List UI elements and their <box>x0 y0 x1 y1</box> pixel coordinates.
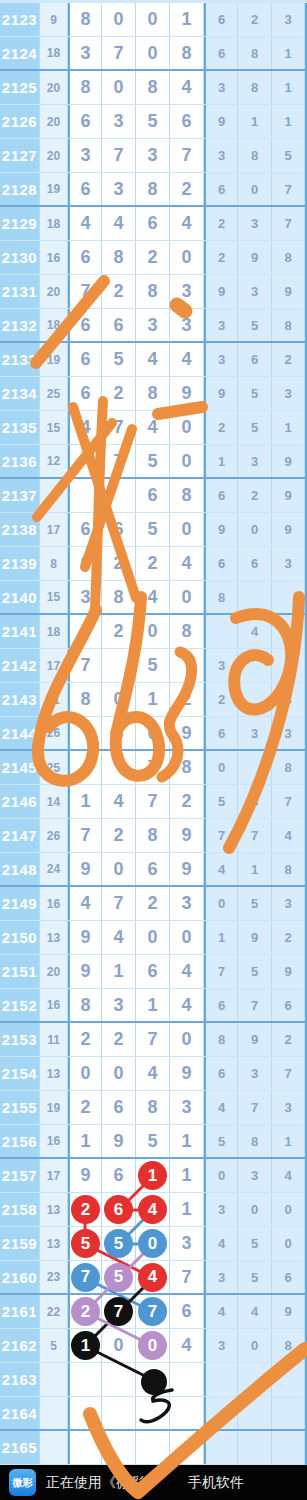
sum-cell: 12 <box>40 445 68 477</box>
draw-id-cell: 2156 <box>0 1125 40 1157</box>
digit-cell: 4 <box>68 887 102 920</box>
digit-cell <box>102 1431 136 1464</box>
digit-cell: 8 <box>136 819 170 852</box>
sum-cell: 13 <box>40 921 68 954</box>
draw-id-cell: 2161 <box>0 1295 40 1328</box>
digit-cell: 4 <box>102 785 136 818</box>
tail-digit-cell: 5 <box>238 1261 272 1293</box>
digit-cell: 0 <box>136 37 170 69</box>
digit-cell: 1 <box>68 1329 102 1362</box>
digit-cell: 2 <box>102 819 136 852</box>
red-trend-ball: 4 <box>138 1195 167 1224</box>
tail-digit-cell <box>238 751 272 784</box>
draw-row: 2128196382607 <box>0 173 305 207</box>
digit-cell: 2 <box>102 547 136 580</box>
tail-digit-cell: 8 <box>238 1125 272 1157</box>
digit-cell: 3 <box>170 1227 204 1260</box>
blue-trend-ball: 5 <box>104 1229 133 1258</box>
sum-cell: 17 <box>40 649 68 682</box>
blue-trend-ball: 0 <box>138 1229 167 1258</box>
digit-cell <box>68 479 102 512</box>
tail-digit-cell: 8 <box>238 37 272 69</box>
digit-cell <box>68 1431 102 1464</box>
sum-cell: 18 <box>40 309 68 341</box>
tail-digit-cell: 3 <box>272 3 305 36</box>
digit-cell: 0 <box>102 853 136 885</box>
digit-cell: 0 <box>68 1057 102 1090</box>
tail-digit-cell <box>238 581 272 613</box>
tail-digit-cell: 6 <box>272 1261 305 1293</box>
draw-row: 212398001623 <box>0 3 305 37</box>
digit-cell: 5 <box>102 1227 136 1260</box>
digit-cell: 8 <box>170 751 204 784</box>
digit-cell <box>170 1363 204 1396</box>
digit-cell <box>68 1397 102 1429</box>
status-text-right: 手机软件 <box>188 1474 244 1492</box>
sum-cell: 17 <box>40 513 68 546</box>
digit-cell: 4 <box>170 71 204 104</box>
digit-cell: 8 <box>102 581 136 613</box>
sum-cell: 16 <box>40 887 68 920</box>
draw-id-cell: 2147 <box>0 819 40 852</box>
digit-cell: 6 <box>170 105 204 138</box>
tail-digit-cell: 2 <box>272 921 305 954</box>
draw-id-cell: 2154 <box>0 1057 40 1090</box>
tail-digit-cell: 4 <box>204 853 238 885</box>
draw-id-cell: 2143 <box>0 683 40 716</box>
sum-cell: 19 <box>40 173 68 205</box>
digit-cell: 4 <box>170 955 204 988</box>
digit-cell: 9 <box>170 853 204 885</box>
digit-cell: 0 <box>102 683 136 716</box>
tail-digit-cell: 3 <box>204 1193 238 1226</box>
digit-cell: 4 <box>170 547 204 580</box>
tail-digit-cell: 6 <box>204 479 238 512</box>
sum-cell: 20 <box>40 275 68 308</box>
digit-cell: 9 <box>102 1125 136 1157</box>
draw-id-cell: 2141 <box>0 615 40 648</box>
digit-cell: 4 <box>136 411 170 444</box>
draw-row: 2153112270892 <box>0 1023 305 1057</box>
tail-digit-cell: 2 <box>204 683 238 716</box>
sum-cell: 20 <box>40 139 68 172</box>
tail-digit-cell: 0 <box>204 1159 238 1192</box>
digit-cell: 6 <box>102 1193 136 1226</box>
tail-digit-cell: 8 <box>238 71 272 104</box>
draw-id-cell: 2128 <box>0 173 40 205</box>
draw-id-cell: 2133 <box>0 343 40 376</box>
tail-digit-cell: 3 <box>204 1329 238 1362</box>
sum-cell <box>40 1397 68 1429</box>
tail-digit-cell: 4 <box>204 1227 238 1260</box>
tail-digit-cell: 9 <box>272 1295 305 1328</box>
draw-id-cell: 2130 <box>0 241 40 274</box>
blue-trend-ball: 7 <box>71 1263 100 1292</box>
digit-cell: 3 <box>102 173 136 205</box>
digit-cell: 3 <box>102 989 136 1021</box>
digit-cell: 2 <box>102 615 136 648</box>
draw-row: 2159135503450 <box>0 1227 305 1261</box>
digit-cell <box>102 751 136 784</box>
tail-digit-cell: 0 <box>238 173 272 205</box>
draw-row: 213768629 <box>0 479 305 513</box>
digit-cell: 7 <box>102 37 136 69</box>
red-trend-ball: 1 <box>138 1161 167 1190</box>
draw-row: 2124183708681 <box>0 37 305 71</box>
sum-cell: 11 <box>40 683 68 716</box>
draw-row: 2127203737385 <box>0 139 305 173</box>
digit-cell: 2 <box>102 377 136 410</box>
tail-digit-cell: 4 <box>204 1295 238 1328</box>
draw-row: 2131207283939 <box>0 275 305 309</box>
digit-cell: 4 <box>170 207 204 240</box>
draw-id-cell: 2155 <box>0 1091 40 1124</box>
digit-cell: 5 <box>102 343 136 376</box>
digit-cell: 8 <box>170 479 204 512</box>
tail-digit-cell: 6 <box>204 37 238 69</box>
draw-row: 2151209164759 <box>0 955 305 989</box>
tail-digit-cell: 9 <box>272 513 305 546</box>
tail-digit-cell: 3 <box>238 717 272 749</box>
draw-id-cell: 2151 <box>0 955 40 988</box>
digit-cell: 6 <box>68 343 102 376</box>
digit-cell: 6 <box>68 377 102 410</box>
digit-cell: 6 <box>102 1091 136 1124</box>
draw-id-cell: 2164 <box>0 1397 40 1429</box>
draw-row: 2165 <box>0 1431 305 1465</box>
digit-cell: 3 <box>170 275 204 308</box>
tail-digit-cell: 5 <box>238 887 272 920</box>
digit-cell: 0 <box>136 615 170 648</box>
draw-row: 2154130049637 <box>0 1057 305 1091</box>
digit-cell <box>136 1431 170 1464</box>
tail-digit-cell: 4 <box>238 785 272 818</box>
tail-digit-cell: 1 <box>272 71 305 104</box>
sum-cell: 25 <box>40 751 68 784</box>
tail-digit-cell: 2 <box>204 241 238 274</box>
tail-digit-cell: 5 <box>238 309 272 341</box>
digit-cell: 8 <box>68 3 102 36</box>
digit-cell: 0 <box>68 547 102 580</box>
draw-row: 2130166820298 <box>0 241 305 275</box>
sum-cell <box>40 479 68 512</box>
tail-digit-cell <box>238 683 272 716</box>
digit-cell: 7 <box>102 1295 136 1328</box>
tail-digit-cell: 1 <box>204 921 238 954</box>
tail-digit-cell: 9 <box>272 445 305 477</box>
tail-digit-cell: 9 <box>204 275 238 308</box>
digit-cell: 3 <box>68 581 102 613</box>
draw-row: 2147267289774 <box>0 819 305 853</box>
digit-cell: 9 <box>68 853 102 885</box>
digit-cell: 6 <box>68 173 102 205</box>
digit-cell: 8 <box>136 275 170 308</box>
tail-digit-cell <box>204 615 238 648</box>
draw-id-cell: 2153 <box>0 1023 40 1056</box>
purple-trend-ball: 0 <box>138 1331 167 1360</box>
digit-cell: 4 <box>136 581 170 613</box>
draw-id-cell: 2148 <box>0 853 40 885</box>
tail-digit-cell: 1 <box>272 411 305 444</box>
draw-row: 2146141472547 <box>0 785 305 819</box>
tail-digit-cell: 4 <box>238 1295 272 1328</box>
digit-cell: 7 <box>136 785 170 818</box>
tail-digit-cell: 9 <box>272 955 305 988</box>
digit-cell: 1 <box>170 1159 204 1192</box>
digit-cell <box>136 1363 170 1396</box>
digit-cell: 4 <box>170 343 204 376</box>
sum-cell: 25 <box>40 377 68 410</box>
digit-cell <box>68 751 102 784</box>
digit-cell: 7 <box>102 411 136 444</box>
digit-cell: 6 <box>102 1159 136 1192</box>
tail-digit-cell <box>238 1397 272 1429</box>
tail-digit-cell: 0 <box>272 1227 305 1260</box>
tail-digit-cell: 1 <box>204 445 238 477</box>
digit-cell: 8 <box>68 71 102 104</box>
digit-cell: 2 <box>68 1193 102 1226</box>
digit-cell: 7 <box>68 1261 102 1293</box>
tail-digit-cell: 9 <box>204 377 238 410</box>
digit-cell: 9 <box>68 921 102 954</box>
tail-digit-cell: 8 <box>272 309 305 341</box>
digit-cell: 0 <box>136 3 170 36</box>
digit-cell: 6 <box>136 853 170 885</box>
sum-cell: 23 <box>40 1261 68 1293</box>
tail-digit-cell: 9 <box>238 921 272 954</box>
digit-cell: 6 <box>68 105 102 138</box>
digit-cell: 3 <box>68 37 102 69</box>
tail-digit-cell: 7 <box>238 1091 272 1124</box>
tail-digit-cell: 8 <box>272 1329 305 1362</box>
tail-digit-cell: 9 <box>272 479 305 512</box>
black-trend-ball: 7 <box>104 1297 133 1326</box>
tail-digit-cell: 9 <box>204 513 238 546</box>
tail-digit-cell: 9 <box>238 1023 272 1056</box>
tail-digit-cell: 3 <box>238 445 272 477</box>
draw-row: 2152168314676 <box>0 989 305 1023</box>
digit-cell: 7 <box>136 751 170 784</box>
digit-cell: 6 <box>68 309 102 341</box>
draw-id-cell: 2150 <box>0 921 40 954</box>
red-trend-ball: 2 <box>71 1195 100 1224</box>
tail-digit-cell: 6 <box>204 173 238 205</box>
digit-cell <box>102 1363 136 1396</box>
digit-cell: 0 <box>170 411 204 444</box>
tail-digit-cell: 2 <box>272 343 305 376</box>
digit-cell: 8 <box>170 615 204 648</box>
tail-digit-cell: 4 <box>272 1159 305 1192</box>
sum-cell: 19 <box>40 1091 68 1124</box>
tail-digit-cell <box>238 1363 272 1396</box>
tail-digit-cell: 1 <box>238 105 272 138</box>
digit-cell: 0 <box>102 1329 136 1362</box>
sum-cell: 14 <box>40 785 68 818</box>
draw-row: 2157179611034 <box>0 1159 305 1193</box>
tail-digit-cell: 5 <box>204 1125 238 1157</box>
digit-cell: 9 <box>170 1057 204 1090</box>
digit-cell: 1 <box>136 989 170 1021</box>
tail-digit-cell <box>272 581 305 613</box>
digit-cell: 7 <box>102 887 136 920</box>
tail-digit-cell: 8 <box>272 853 305 885</box>
digit-cell <box>170 1431 204 1464</box>
draw-row: 2133196544362 <box>0 343 305 377</box>
draw-row: 2148249069418 <box>0 853 305 887</box>
tail-digit-cell <box>272 1431 305 1464</box>
tail-digit-cell: 6 <box>238 547 272 580</box>
digit-cell: 1 <box>136 1159 170 1192</box>
tail-digit-cell: 3 <box>238 207 272 240</box>
digit-cell: 6 <box>170 1295 204 1328</box>
tail-digit-cell: 2 <box>238 479 272 512</box>
digit-cell: 7 <box>68 275 102 308</box>
tail-digit-cell: 2 <box>204 411 238 444</box>
tail-digit-cell <box>272 1363 305 1396</box>
tail-digit-cell: 6 <box>204 717 238 749</box>
draw-id-cell: 2162 <box>0 1329 40 1362</box>
draw-row: 2164 <box>0 1397 305 1431</box>
digit-cell: 3 <box>136 309 170 341</box>
tail-digit-cell: 3 <box>204 71 238 104</box>
digit-cell: 1 <box>102 955 136 988</box>
draw-id-cell: 2131 <box>0 275 40 308</box>
tail-digit-cell <box>238 1431 272 1464</box>
sum-cell: 11 <box>40 1023 68 1056</box>
status-text-left: 正在使用《微彩 <box>46 1474 144 1492</box>
sum-cell: 20 <box>40 955 68 988</box>
tail-digit-cell: 3 <box>238 275 272 308</box>
sum-cell: 16 <box>40 989 68 1021</box>
sum-cell: 16 <box>40 1125 68 1157</box>
digit-cell: 8 <box>102 241 136 274</box>
digit-cell <box>170 649 204 682</box>
digit-cell: 0 <box>170 513 204 546</box>
digit-cell: 5 <box>68 1227 102 1260</box>
digit-cell: 4 <box>170 1329 204 1362</box>
draw-id-cell: 2137 <box>0 479 40 512</box>
digit-cell: 3 <box>170 887 204 920</box>
digit-cell: 0 <box>170 1023 204 1056</box>
digit-cell <box>68 717 102 749</box>
tail-digit-cell: 7 <box>272 649 305 682</box>
tail-digit-cell: 5 <box>204 785 238 818</box>
tail-digit-cell: 1 <box>272 37 305 69</box>
digit-cell: 5 <box>136 445 170 477</box>
draw-row: 2156161951581 <box>0 1125 305 1159</box>
digit-cell <box>68 1363 102 1396</box>
sum-cell: 15 <box>40 411 68 444</box>
tail-digit-cell: 3 <box>204 649 238 682</box>
draw-id-cell: 2124 <box>0 37 40 69</box>
draw-row: 214426569633 <box>0 717 305 751</box>
tail-digit-cell: 6 <box>204 547 238 580</box>
digit-cell: 8 <box>68 615 102 648</box>
draw-id-cell: 2127 <box>0 139 40 172</box>
digit-cell: 5 <box>136 1125 170 1157</box>
digit-cell: 3 <box>170 309 204 341</box>
digit-cell: 3 <box>68 139 102 172</box>
tail-digit-cell: 7 <box>272 173 305 205</box>
digit-cell: 4 <box>136 1193 170 1226</box>
red-trend-ball: 4 <box>138 1263 167 1292</box>
digit-cell: 8 <box>170 37 204 69</box>
digit-cell: 3 <box>102 105 136 138</box>
tail-digit-cell: 2 <box>272 1023 305 1056</box>
draw-id-cell: 2140 <box>0 581 40 613</box>
tail-digit-cell: 6 <box>272 989 305 1021</box>
digit-cell: 1 <box>68 785 102 818</box>
draw-id-cell: 2129 <box>0 207 40 240</box>
tail-digit-cell: 4 <box>272 819 305 852</box>
sum-cell: 18 <box>40 207 68 240</box>
sum-cell: 22 <box>40 1295 68 1328</box>
status-bar-text: 正在使用《微彩 手机软件 <box>46 1474 244 1492</box>
draw-id-cell: 2152 <box>0 989 40 1021</box>
tail-digit-cell: 3 <box>204 309 238 341</box>
digit-cell: 4 <box>170 989 204 1021</box>
tail-digit-cell: 6 <box>238 343 272 376</box>
digit-cell: 7 <box>102 139 136 172</box>
tail-digit-cell <box>204 1397 238 1429</box>
digit-cell: 1 <box>170 1193 204 1226</box>
digit-cell: 0 <box>136 921 170 954</box>
tail-digit-cell: 5 <box>272 139 305 172</box>
draw-id-cell: 2144 <box>0 717 40 749</box>
tail-digit-cell: 7 <box>204 955 238 988</box>
sum-cell: 8 <box>40 547 68 580</box>
draw-row: 213612750139 <box>0 445 305 479</box>
tail-digit-cell: 8 <box>204 581 238 613</box>
tail-digit-cell: 3 <box>272 717 305 749</box>
sum-cell: 20 <box>40 71 68 104</box>
digit-cell: 7 <box>136 1023 170 1056</box>
digit-cell: 5 <box>136 513 170 546</box>
tail-digit-cell: 8 <box>272 751 305 784</box>
draw-row: 214311801223 <box>0 683 305 717</box>
digit-cell: 7 <box>170 139 204 172</box>
digit-cell: 0 <box>170 921 204 954</box>
tail-digit-cell: 7 <box>272 1057 305 1090</box>
digit-cell: 5 <box>136 105 170 138</box>
app-status-bar: 微彩 正在使用《微彩 手机软件 <box>0 1465 307 1500</box>
digit-cell: 4 <box>136 343 170 376</box>
sum-cell <box>40 1363 68 1396</box>
digit-cell: 7 <box>136 1295 170 1328</box>
tail-digit-cell: 6 <box>204 3 238 36</box>
draw-id-cell: 2158 <box>0 1193 40 1226</box>
digit-cell: 7 <box>102 445 136 477</box>
digit-cell: 9 <box>170 377 204 410</box>
sum-cell: 26 <box>40 819 68 852</box>
draw-id-cell: 2160 <box>0 1261 40 1293</box>
digit-cell: 6 <box>102 513 136 546</box>
digit-cell: 4 <box>102 921 136 954</box>
draw-row: 21411882084 <box>0 615 305 649</box>
digit-cell: 2 <box>68 1023 102 1056</box>
tail-digit-cell: 9 <box>204 105 238 138</box>
draw-row: 2129184464237 <box>0 207 305 241</box>
sum-cell: 16 <box>40 241 68 274</box>
digit-cell: 7 <box>170 1261 204 1293</box>
digit-cell: 6 <box>102 309 136 341</box>
draw-id-cell: 2136 <box>0 445 40 477</box>
digit-cell: 8 <box>136 377 170 410</box>
tail-digit-cell: 1 <box>272 1125 305 1157</box>
sum-cell: 20 <box>40 105 68 138</box>
purple-trend-ball: 2 <box>71 1297 100 1326</box>
tail-digit-cell: 0 <box>238 513 272 546</box>
